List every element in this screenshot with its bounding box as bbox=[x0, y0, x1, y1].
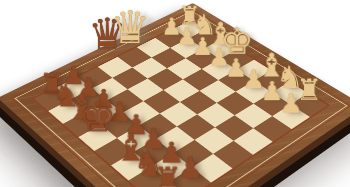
black-king-glyph: ♚ bbox=[78, 95, 116, 137]
piece-black-rook: ♜ bbox=[147, 182, 189, 187]
black-rook-glyph: ♜ bbox=[153, 164, 183, 187]
offboard-white-queen: ♛ bbox=[110, 5, 150, 50]
chess-board-3d: ♜♞♝♚♝♞♜♟♟♟♟♟♟♟♟♟♟♟♟♟♟♟♟♜♞♝♚♝♞♜ bbox=[0, 3, 350, 187]
white-pawn-glyph: ♟ bbox=[279, 90, 303, 117]
chess-set-product-photo: ♜♞♝♚♝♞♜♟♟♟♟♟♟♟♟♟♟♟♟♟♟♟♟♜♞♝♚♝♞♜ ♛♛ bbox=[0, 0, 350, 187]
